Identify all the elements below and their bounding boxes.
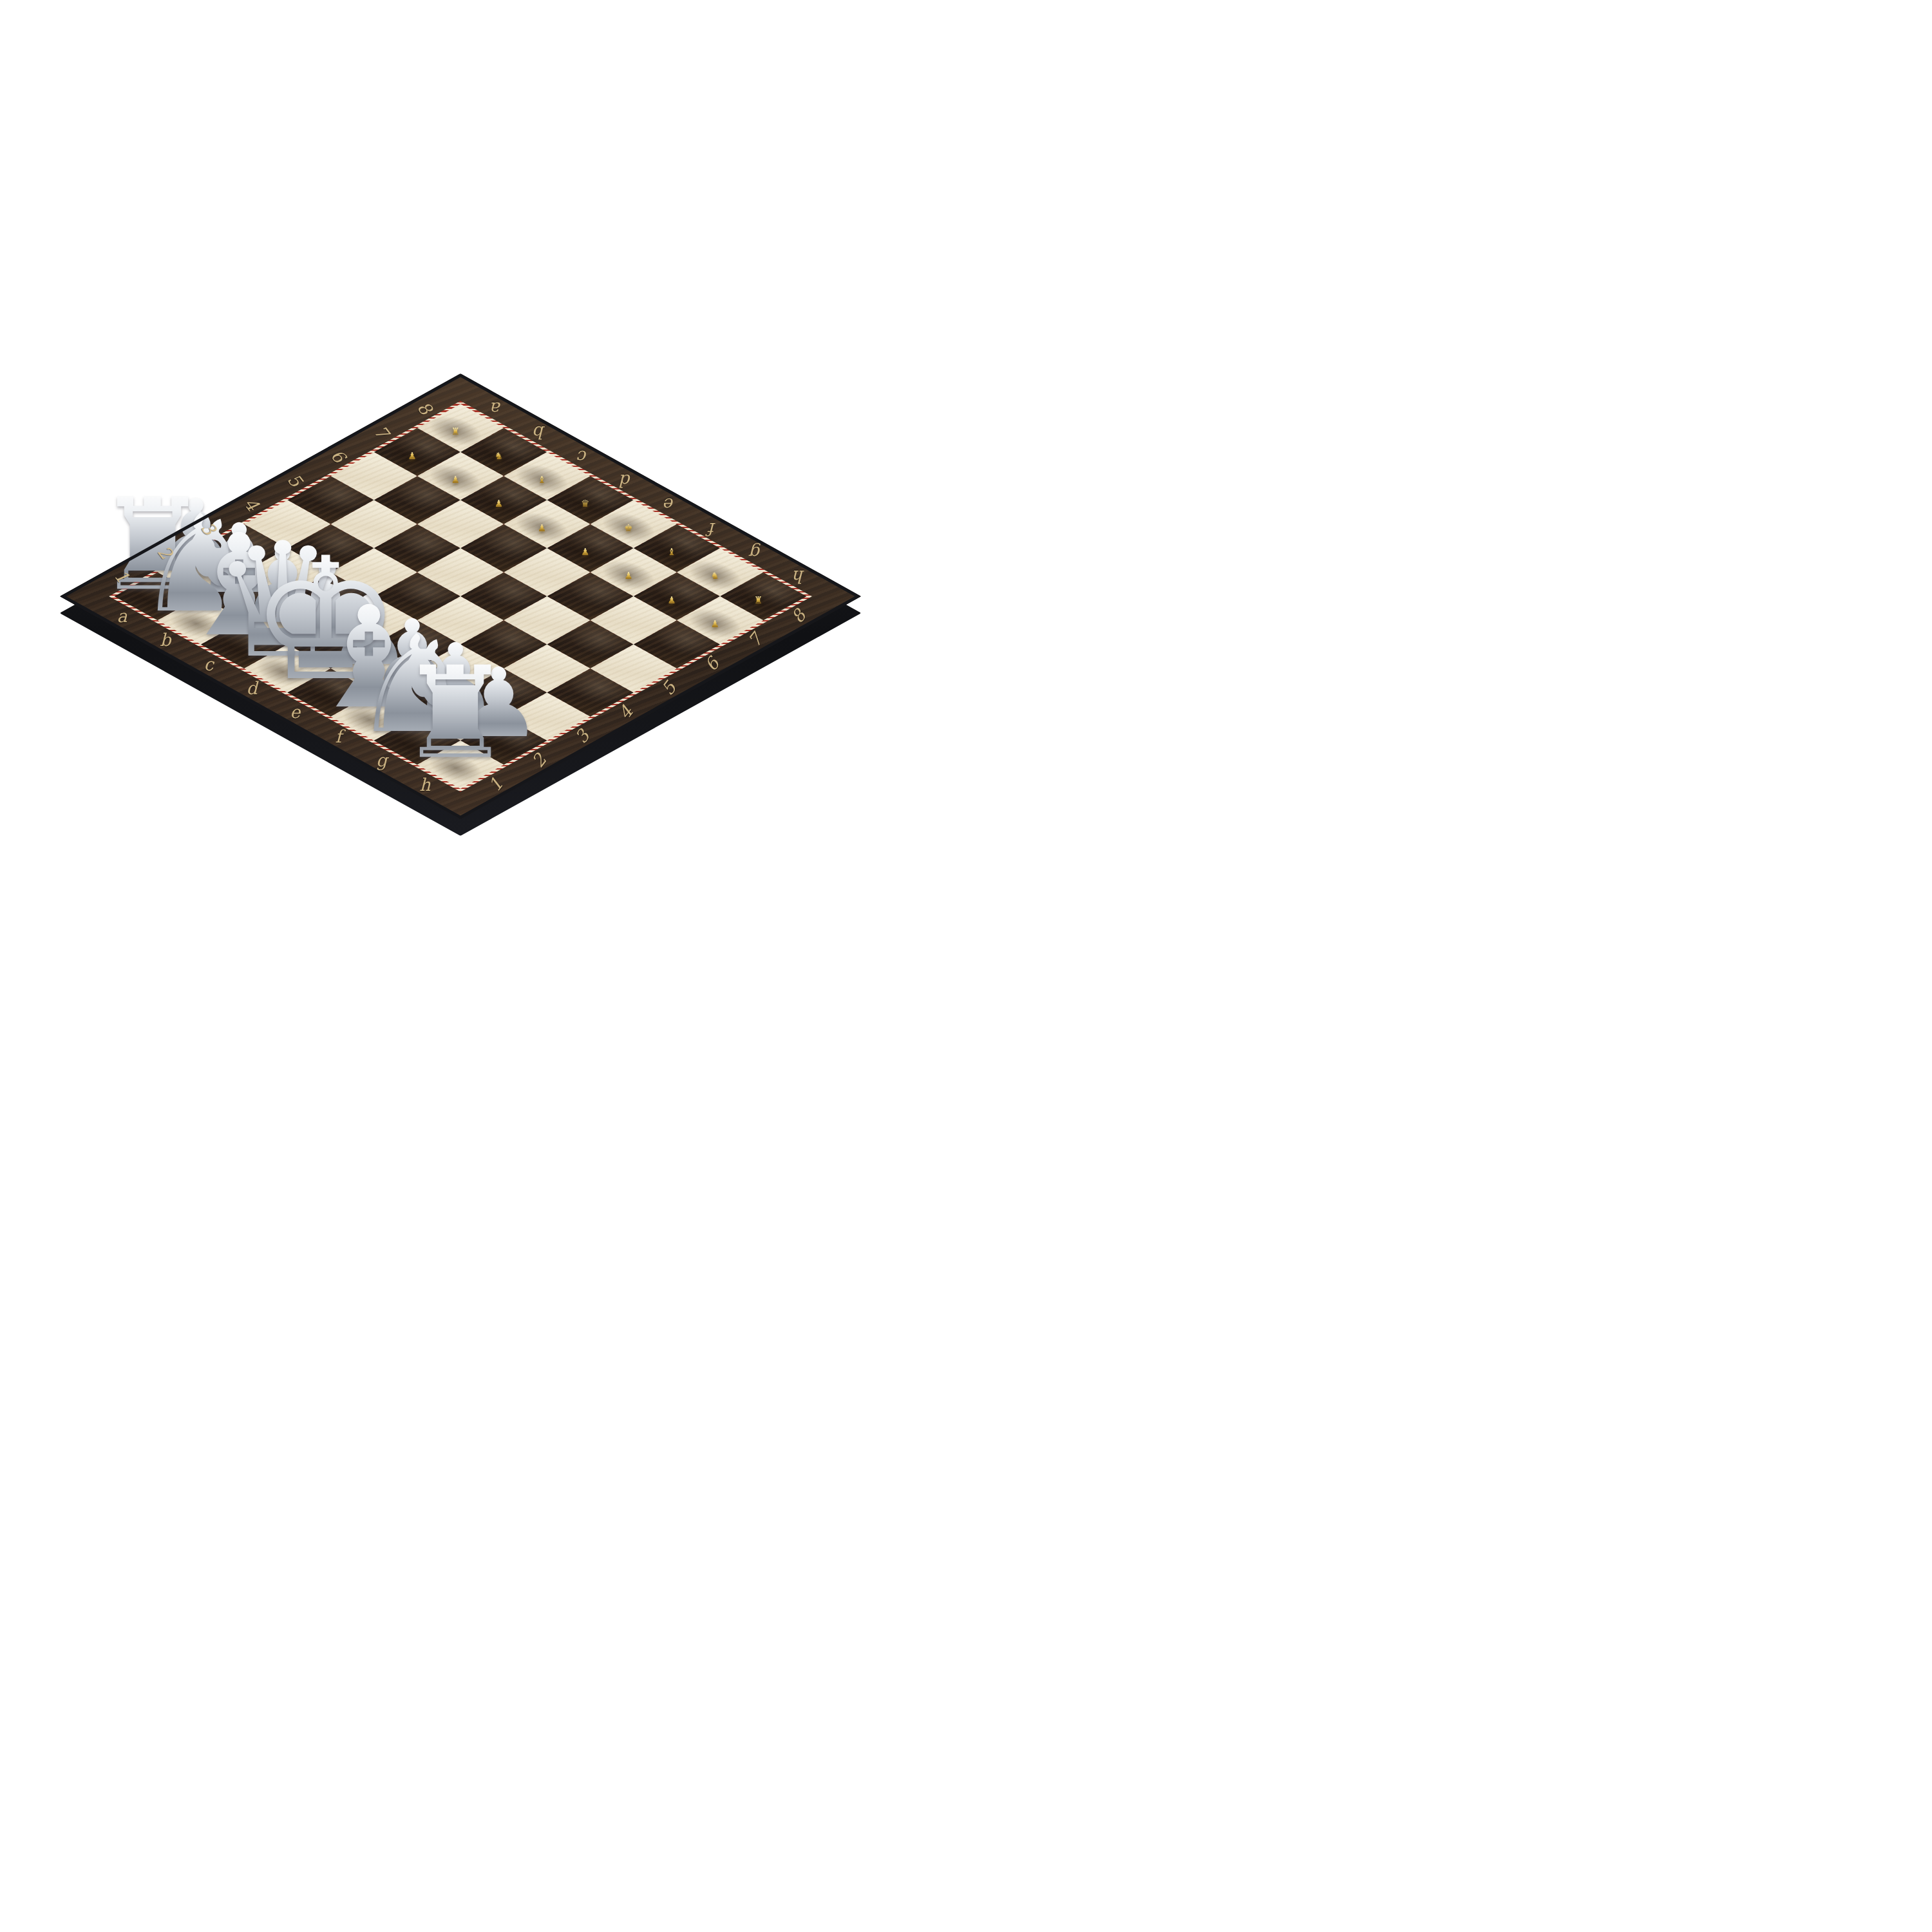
chess-board: ♜♞♝♛♚♝♞♜♟♟♟♟♟♟♟♟♟♟♟♟♟♟♟♟♜♞♝♛♚♝♞♜ aabbccd… bbox=[60, 374, 862, 819]
file-label-far-e-text: e bbox=[654, 493, 685, 515]
file-label-near-e-text: e bbox=[279, 701, 310, 723]
file-label-far-b-text: b bbox=[524, 421, 555, 443]
file-label-far-d-text: d bbox=[611, 469, 641, 491]
file-label-near-a-text: a bbox=[106, 605, 137, 627]
file-label-far-f-text: f bbox=[697, 517, 728, 539]
chess-product-scene: ♜♞♝♛♚♝♞♜♟♟♟♟♟♟♟♟♟♟♟♟♟♟♟♟♜♞♝♛♚♝♞♜ aabbccd… bbox=[0, 0, 966, 966]
rope-trim-border: ♜♞♝♛♚♝♞♜♟♟♟♟♟♟♟♟♟♟♟♟♟♟♟♟♜♞♝♛♚♝♞♜ bbox=[109, 401, 812, 791]
file-label-far-a-text: a bbox=[481, 397, 512, 419]
file-label-far-h-text: h bbox=[784, 565, 815, 587]
file-label-far-c-text: c bbox=[567, 445, 598, 467]
file-label-near-g-text: g bbox=[366, 750, 397, 772]
file-label-near-f-text: f bbox=[323, 726, 354, 748]
file-label-near-c-text: c bbox=[193, 654, 224, 676]
file-label-far-g-text: g bbox=[741, 542, 772, 563]
file-label-near-h-text: h bbox=[409, 773, 440, 795]
file-label-near-b-text: b bbox=[149, 629, 180, 651]
board-grid: ♜♞♝♛♚♝♞♜♟♟♟♟♟♟♟♟♟♟♟♟♟♟♟♟♜♞♝♛♚♝♞♜ bbox=[115, 404, 807, 789]
board-stack: ♜♞♝♛♚♝♞♜♟♟♟♟♟♟♟♟♟♟♟♟♟♟♟♟♜♞♝♛♚♝♞♜ aabbccd… bbox=[0, 113, 943, 966]
file-label-near-d-text: d bbox=[236, 677, 267, 699]
